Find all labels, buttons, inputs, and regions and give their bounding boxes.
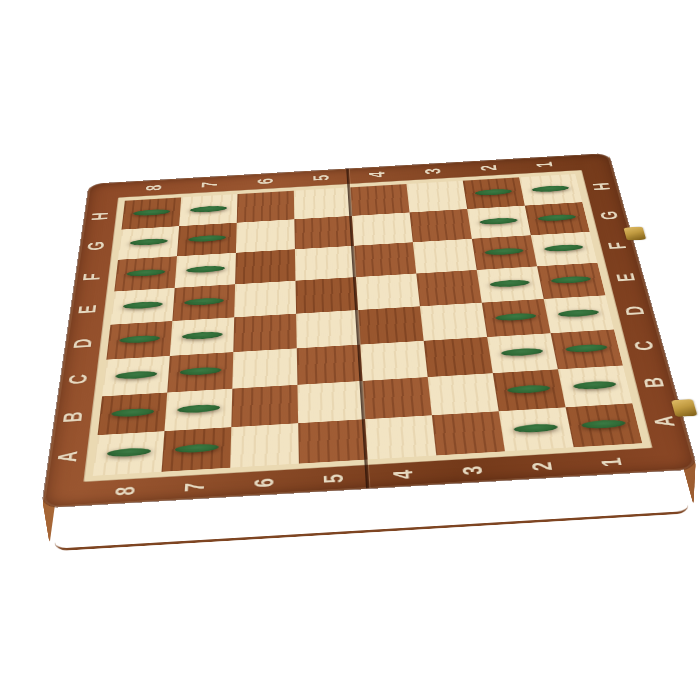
box-side-front bbox=[49, 469, 690, 551]
brass-latch-upper-icon bbox=[623, 227, 646, 241]
piece-black-pawn-a7[interactable]: ♟ bbox=[162, 427, 232, 472]
piece-white-rook-a1[interactable]: ♜ bbox=[566, 403, 643, 447]
chess-set-photo: 8877665544332211HHGGFFEEDDCCBBAA ♜♞♝♚♛♝♞… bbox=[0, 0, 700, 700]
box-side-left bbox=[43, 187, 94, 545]
square-f6[interactable] bbox=[235, 249, 295, 284]
chess-board: 8877665544332211HHGGFFEEDDCCBBAA ♜♞♝♚♛♝♞… bbox=[42, 153, 697, 507]
piece-black-rook-a8[interactable]: ♜ bbox=[93, 431, 165, 476]
square-e5[interactable] bbox=[295, 277, 358, 314]
brass-latch-lower-icon bbox=[671, 399, 697, 417]
square-h8[interactable] bbox=[122, 197, 182, 229]
square-h2[interactable] bbox=[463, 177, 525, 209]
